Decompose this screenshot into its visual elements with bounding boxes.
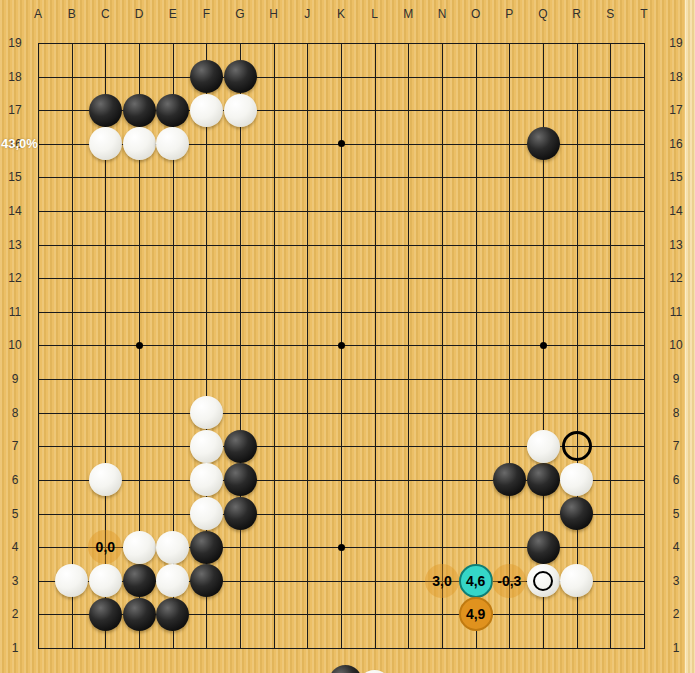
grid-line-horizontal — [38, 648, 645, 649]
grid-line-horizontal — [38, 413, 645, 414]
column-label: R — [567, 7, 587, 21]
row-label-left: 18 — [0, 70, 30, 84]
column-label: L — [365, 7, 385, 21]
row-label-right: 11 — [661, 305, 691, 319]
stone-black-F18 — [190, 60, 223, 93]
stone-white-C6 — [89, 463, 122, 496]
stone-black-R5 — [560, 497, 593, 530]
stone-white-E4 — [156, 531, 189, 564]
row-label-left: 8 — [0, 406, 30, 420]
row-label-right: 15 — [661, 170, 691, 184]
row-label-right: 12 — [661, 271, 691, 285]
stone-black-G5 — [224, 497, 257, 530]
stone-black-D2 — [123, 598, 156, 631]
column-label: D — [129, 7, 149, 21]
star-point — [338, 342, 345, 349]
column-label: N — [432, 7, 452, 21]
stone-white-D4 — [123, 531, 156, 564]
grid-line-vertical — [38, 43, 39, 649]
grid-line-vertical — [577, 43, 578, 649]
suggestion-label: 4,9 — [466, 606, 485, 622]
row-label-right: 6 — [661, 473, 691, 487]
grid-line-vertical — [644, 43, 645, 649]
board-edge-strip — [685, 0, 695, 673]
stone-white-R3 — [560, 564, 593, 597]
stone-black-G6 — [224, 463, 257, 496]
suggestion-circle-P3[interactable]: -0,3 — [492, 564, 526, 598]
stone-black-G18 — [224, 60, 257, 93]
grid-line-vertical — [408, 43, 409, 649]
row-label-left: 6 — [0, 473, 30, 487]
column-label: P — [499, 7, 519, 21]
stone-white-F7 — [190, 430, 223, 463]
row-label-right: 7 — [661, 439, 691, 453]
stone-black-Q6 — [527, 463, 560, 496]
column-label: B — [62, 7, 82, 21]
suggestion-label: 4,6 — [466, 573, 485, 589]
stone-white-B3 — [55, 564, 88, 597]
row-label-right: 9 — [661, 372, 691, 386]
row-label-left: 11 — [0, 305, 30, 319]
row-label-left: 2 — [0, 607, 30, 621]
row-label-right: 5 — [661, 507, 691, 521]
stone-white-D16 — [123, 127, 156, 160]
stone-black-D17 — [123, 94, 156, 127]
stone-white-C3 — [89, 564, 122, 597]
row-label-right: 1 — [661, 641, 691, 655]
column-label: M — [398, 7, 418, 21]
column-label: J — [297, 7, 317, 21]
row-label-left: 19 — [0, 36, 30, 50]
column-label: T — [634, 7, 654, 21]
go-board[interactable]: 43,0% ABCDEFGHJKLMNOPQRST191918181717161… — [0, 0, 695, 673]
stone-black-D3 — [123, 564, 156, 597]
stone-black-E2 — [156, 598, 189, 631]
suggestion-label: -0,3 — [497, 573, 521, 589]
suggestion-circle-O2[interactable]: 4,9 — [459, 597, 493, 631]
column-label: K — [331, 7, 351, 21]
star-point — [338, 544, 345, 551]
row-label-right: 14 — [661, 204, 691, 218]
column-label: A — [28, 7, 48, 21]
row-label-left: 17 — [0, 103, 30, 117]
grid-line-vertical — [375, 43, 376, 649]
row-label-right: 8 — [661, 406, 691, 420]
row-label-left: 5 — [0, 507, 30, 521]
stone-black-C2 — [89, 598, 122, 631]
stone-black-Q16 — [527, 127, 560, 160]
row-label-left: 1 — [0, 641, 30, 655]
suggestion-circle-N3[interactable]: 3,0 — [425, 564, 459, 598]
row-label-left: 9 — [0, 372, 30, 386]
column-label: O — [466, 7, 486, 21]
stone-black-Q4 — [527, 531, 560, 564]
star-point — [338, 140, 345, 147]
grid-line-vertical — [442, 43, 443, 649]
stone-white-G17 — [224, 94, 257, 127]
stone-black-E17 — [156, 94, 189, 127]
column-label: C — [95, 7, 115, 21]
stone-white-E3 — [156, 564, 189, 597]
stone-black-C17 — [89, 94, 122, 127]
column-label: S — [600, 7, 620, 21]
grid-line-horizontal — [38, 514, 645, 515]
grid-line-vertical — [610, 43, 611, 649]
suggestion-label: 0,0 — [96, 539, 115, 555]
grid-line-vertical — [307, 43, 308, 649]
row-label-right: 13 — [661, 238, 691, 252]
row-label-left: 4 — [0, 540, 30, 554]
empty-point-circle-marker — [562, 431, 592, 461]
stone-black-F4 — [190, 531, 223, 564]
row-label-left: 15 — [0, 170, 30, 184]
star-point — [136, 342, 143, 349]
suggestion-label: 3,0 — [432, 573, 451, 589]
grid-line-horizontal — [38, 379, 645, 380]
grid-line-vertical — [72, 43, 73, 649]
row-label-left: 10 — [0, 338, 30, 352]
stone-white-E16 — [156, 127, 189, 160]
row-label-left: 7 — [0, 439, 30, 453]
column-label: F — [196, 7, 216, 21]
stone-white-F17 — [190, 94, 223, 127]
partial-stone-black — [329, 665, 362, 673]
row-label-right: 10 — [661, 338, 691, 352]
stone-black-P6 — [493, 463, 526, 496]
row-label-left: 13 — [0, 238, 30, 252]
row-label-left: 3 — [0, 574, 30, 588]
stone-white-R6 — [560, 463, 593, 496]
star-point — [540, 342, 547, 349]
grid-line-vertical — [274, 43, 275, 649]
grid-line-vertical — [509, 43, 510, 649]
row-label-right: 18 — [661, 70, 691, 84]
row-label-right: 3 — [661, 574, 691, 588]
column-label: H — [264, 7, 284, 21]
row-label-left: 14 — [0, 204, 30, 218]
stone-black-G7 — [224, 430, 257, 463]
row-label-right: 19 — [661, 36, 691, 50]
stone-white-F8 — [190, 396, 223, 429]
row-label-right: 4 — [661, 540, 691, 554]
grid-line-vertical — [476, 43, 477, 649]
stone-white-F6 — [190, 463, 223, 496]
stone-white-F5 — [190, 497, 223, 530]
column-label: E — [163, 7, 183, 21]
last-move-marker — [533, 571, 553, 591]
partial-stone-white — [358, 670, 391, 673]
row-label-right: 16 — [661, 137, 691, 151]
suggestion-circle-O3[interactable]: 4,6 — [459, 564, 493, 598]
stone-black-F3 — [190, 564, 223, 597]
suggestion-circle-C4[interactable]: 0,0 — [88, 530, 122, 564]
stone-white-Q7 — [527, 430, 560, 463]
column-label: Q — [533, 7, 553, 21]
stone-white-C16 — [89, 127, 122, 160]
row-label-right: 17 — [661, 103, 691, 117]
grid-line-vertical — [240, 43, 241, 649]
row-label-left: 12 — [0, 271, 30, 285]
row-label-right: 2 — [661, 607, 691, 621]
winrate-label: 43,0% — [1, 136, 38, 151]
column-label: G — [230, 7, 250, 21]
